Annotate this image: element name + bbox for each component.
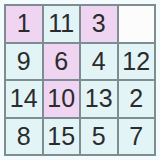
tile-6[interactable]: 6 [44,44,80,80]
tile-4[interactable]: 4 [81,44,117,80]
tile-5[interactable]: 5 [81,119,117,155]
tile-7[interactable]: 7 [119,119,155,155]
board: 111396412141013281557 [4,4,156,156]
tile-1[interactable]: 1 [6,6,42,42]
tile-10[interactable]: 10 [44,81,80,117]
tile-13[interactable]: 13 [81,81,117,117]
tile-12[interactable]: 12 [119,44,155,80]
tile-15[interactable]: 15 [44,119,80,155]
tile-2[interactable]: 2 [119,81,155,117]
tile-3[interactable]: 3 [81,6,117,42]
tile-11[interactable]: 11 [44,6,80,42]
tile-8[interactable]: 8 [6,119,42,155]
tile-14[interactable]: 14 [6,81,42,117]
puzzle-screen: 111396412141013281557 [0,0,160,160]
tile-9[interactable]: 9 [6,44,42,80]
empty-cell [119,6,155,42]
